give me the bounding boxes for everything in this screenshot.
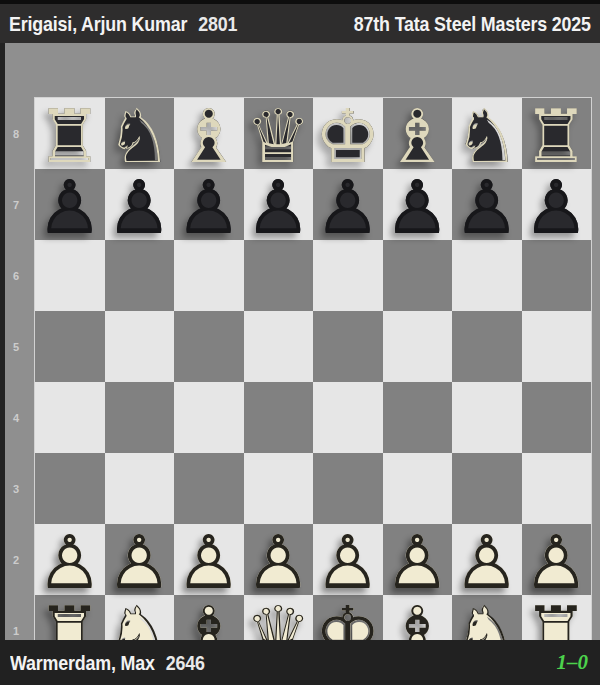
black-pawn[interactable]: ♟♙ (37, 170, 103, 244)
white-pawn[interactable]: ♟♙ (245, 525, 311, 599)
square-c6[interactable] (174, 240, 244, 311)
square-c2[interactable]: ♟♙ (174, 524, 244, 595)
square-d3[interactable] (244, 453, 314, 524)
square-a7[interactable]: ♟♙ (35, 169, 105, 240)
square-g6[interactable] (452, 240, 522, 311)
square-f3[interactable] (383, 453, 453, 524)
chess-board-squares: ♜♖♞♘♝♗♛♕♚♔♝♗♞♘♜♖♟♙♟♙♟♙♟♙♟♙♟♙♟♙♟♙♟♙♟♙♟♙♟♙… (35, 98, 591, 666)
square-b8[interactable]: ♞♘ (105, 98, 175, 169)
black-rook[interactable]: ♜♖ (37, 99, 103, 173)
square-h8[interactable]: ♜♖ (522, 98, 592, 169)
square-d8[interactable]: ♛♕ (244, 98, 314, 169)
square-b7[interactable]: ♟♙ (105, 169, 175, 240)
square-f2[interactable]: ♟♙ (383, 524, 453, 595)
square-a2[interactable]: ♟♙ (35, 524, 105, 595)
rank-coordinates: 87654321 (10, 98, 35, 666)
white-pawn[interactable]: ♟♙ (176, 525, 242, 599)
square-g4[interactable] (452, 382, 522, 453)
game-result: 1–0 (557, 650, 591, 675)
black-rook[interactable]: ♜♖ (523, 99, 589, 173)
square-b2[interactable]: ♟♙ (105, 524, 175, 595)
square-a5[interactable] (35, 311, 105, 382)
square-e2[interactable]: ♟♙ (313, 524, 383, 595)
white-pawn[interactable]: ♟♙ (454, 525, 520, 599)
rank-label-3: 3 (10, 453, 35, 524)
black-player-bar: Erigaisi, Arjun Kumar 2801 87th Tata Ste… (0, 4, 600, 43)
rank-label-8: 8 (10, 98, 35, 169)
white-player-name: Warmerdam, Max (10, 651, 155, 675)
square-a8[interactable]: ♜♖ (35, 98, 105, 169)
rank-label-5: 5 (10, 311, 35, 382)
square-f8[interactable]: ♝♗ (383, 98, 453, 169)
square-h5[interactable] (522, 311, 592, 382)
square-b3[interactable] (105, 453, 175, 524)
square-d4[interactable] (244, 382, 314, 453)
black-pawn[interactable]: ♟♙ (106, 170, 172, 244)
chess-board: ♜♖♞♘♝♗♛♕♚♔♝♗♞♘♜♖♟♙♟♙♟♙♟♙♟♙♟♙♟♙♟♙♟♙♟♙♟♙♟♙… (5, 43, 600, 640)
square-e4[interactable] (313, 382, 383, 453)
black-pawn[interactable]: ♟♙ (454, 170, 520, 244)
square-b4[interactable] (105, 382, 175, 453)
square-f7[interactable]: ♟♙ (383, 169, 453, 240)
square-g5[interactable] (452, 311, 522, 382)
black-player-rating: 2801 (198, 12, 237, 36)
black-pawn[interactable]: ♟♙ (315, 170, 381, 244)
black-king[interactable]: ♚♔ (315, 99, 381, 173)
black-player-name: Erigaisi, Arjun Kumar (9, 12, 187, 36)
black-knight[interactable]: ♞♘ (454, 99, 520, 173)
white-player-bar: Warmerdam, Max 2646 1–0 (0, 640, 600, 685)
event-title: 87th Tata Steel Masters 2025 (354, 12, 591, 36)
square-c4[interactable] (174, 382, 244, 453)
rank-label-6: 6 (10, 240, 35, 311)
square-a3[interactable] (35, 453, 105, 524)
black-pawn[interactable]: ♟♙ (245, 170, 311, 244)
square-e3[interactable] (313, 453, 383, 524)
square-h7[interactable]: ♟♙ (522, 169, 592, 240)
square-c3[interactable] (174, 453, 244, 524)
square-d2[interactable]: ♟♙ (244, 524, 314, 595)
white-pawn[interactable]: ♟♙ (106, 525, 172, 599)
square-e7[interactable]: ♟♙ (313, 169, 383, 240)
rank-label-7: 7 (10, 169, 35, 240)
black-bishop[interactable]: ♝♗ (384, 99, 450, 173)
square-c5[interactable] (174, 311, 244, 382)
black-player-info: Erigaisi, Arjun Kumar 2801 (9, 12, 237, 36)
rank-label-4: 4 (10, 382, 35, 453)
black-bishop[interactable]: ♝♗ (176, 99, 242, 173)
white-player-info: Warmerdam, Max 2646 (10, 651, 205, 675)
square-d7[interactable]: ♟♙ (244, 169, 314, 240)
square-g7[interactable]: ♟♙ (452, 169, 522, 240)
square-h4[interactable] (522, 382, 592, 453)
square-c8[interactable]: ♝♗ (174, 98, 244, 169)
white-player-rating: 2646 (166, 651, 205, 675)
square-g8[interactable]: ♞♘ (452, 98, 522, 169)
square-h3[interactable] (522, 453, 592, 524)
black-queen[interactable]: ♛♕ (245, 99, 311, 173)
square-a6[interactable] (35, 240, 105, 311)
square-e6[interactable] (313, 240, 383, 311)
black-knight[interactable]: ♞♘ (106, 99, 172, 173)
square-b6[interactable] (105, 240, 175, 311)
square-h6[interactable] (522, 240, 592, 311)
square-g2[interactable]: ♟♙ (452, 524, 522, 595)
black-pawn[interactable]: ♟♙ (176, 170, 242, 244)
square-f5[interactable] (383, 311, 453, 382)
square-d5[interactable] (244, 311, 314, 382)
square-b5[interactable] (105, 311, 175, 382)
white-pawn[interactable]: ♟♙ (315, 525, 381, 599)
square-d6[interactable] (244, 240, 314, 311)
square-a4[interactable] (35, 382, 105, 453)
square-c7[interactable]: ♟♙ (174, 169, 244, 240)
white-pawn[interactable]: ♟♙ (384, 525, 450, 599)
rank-label-2: 2 (10, 524, 35, 595)
white-pawn[interactable]: ♟♙ (37, 525, 103, 599)
square-h2[interactable]: ♟♙ (522, 524, 592, 595)
white-pawn[interactable]: ♟♙ (523, 525, 589, 599)
square-e5[interactable] (313, 311, 383, 382)
square-f4[interactable] (383, 382, 453, 453)
square-e8[interactable]: ♚♔ (313, 98, 383, 169)
black-pawn[interactable]: ♟♙ (384, 170, 450, 244)
black-pawn[interactable]: ♟♙ (523, 170, 589, 244)
square-f6[interactable] (383, 240, 453, 311)
square-g3[interactable] (452, 453, 522, 524)
